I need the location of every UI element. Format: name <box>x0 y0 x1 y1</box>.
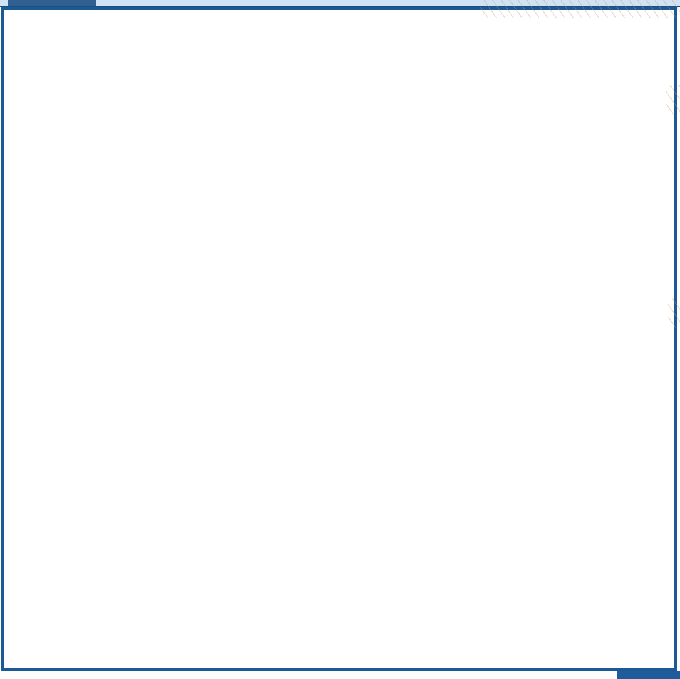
bottom-strip-dark-block <box>617 671 680 679</box>
top-chrome-strip <box>0 0 680 7</box>
sudoku-board <box>1 7 677 671</box>
bottom-chrome-strip <box>0 671 680 679</box>
top-strip-selected-block <box>8 0 96 6</box>
